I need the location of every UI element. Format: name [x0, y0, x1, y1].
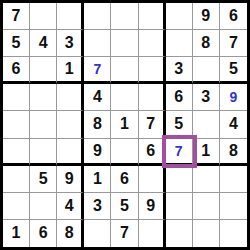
- given-digit: 7: [229, 35, 238, 51]
- cell-r7c1[interactable]: [3, 166, 30, 193]
- given-digit: 7: [120, 225, 129, 241]
- cell-r9c9[interactable]: [220, 220, 247, 247]
- cell-r1c4[interactable]: [84, 3, 111, 30]
- cell-r9c1[interactable]: 1: [3, 220, 30, 247]
- cell-r8c6[interactable]: 9: [139, 193, 166, 220]
- cell-r8c4[interactable]: 3: [84, 193, 111, 220]
- cell-r2c1[interactable]: 5: [3, 30, 30, 57]
- given-digit: 1: [93, 171, 102, 187]
- cell-r5c6[interactable]: 7: [139, 111, 166, 138]
- entered-digit: 7: [175, 144, 183, 158]
- sudoku-board: 796543876173546398175496718591643591687: [0, 0, 250, 250]
- cell-r9c7[interactable]: [166, 220, 193, 247]
- cell-r4c9[interactable]: 9: [220, 84, 247, 111]
- given-digit: 4: [39, 35, 48, 51]
- cell-r1c1[interactable]: 7: [3, 3, 30, 30]
- cell-r5c8[interactable]: [193, 111, 220, 138]
- cell-r3c1[interactable]: 6: [3, 57, 30, 84]
- cell-r3c7[interactable]: 3: [166, 57, 193, 84]
- cell-r6c7[interactable]: 7: [166, 139, 193, 166]
- cell-r3c5[interactable]: [111, 57, 138, 84]
- given-digit: 5: [120, 198, 129, 214]
- cell-r8c8[interactable]: [193, 193, 220, 220]
- cell-r7c8[interactable]: [193, 166, 220, 193]
- cell-r4c7[interactable]: 6: [166, 84, 193, 111]
- given-digit: 5: [229, 61, 238, 77]
- given-digit: 1: [65, 61, 74, 77]
- cell-r6c8[interactable]: 1: [193, 139, 220, 166]
- cell-r1c7[interactable]: [166, 3, 193, 30]
- given-digit: 6: [120, 171, 129, 187]
- cell-r6c3[interactable]: [57, 139, 84, 166]
- given-digit: 3: [65, 35, 74, 51]
- cell-r7c4[interactable]: 1: [84, 166, 111, 193]
- given-digit: 6: [229, 8, 238, 24]
- cell-r6c6[interactable]: 6: [139, 139, 166, 166]
- cell-r3c2[interactable]: [30, 57, 57, 84]
- given-digit: 8: [65, 225, 74, 241]
- cell-r6c2[interactable]: [30, 139, 57, 166]
- given-digit: 8: [229, 143, 238, 159]
- given-digit: 8: [93, 116, 102, 132]
- cell-r2c4[interactable]: [84, 30, 111, 57]
- cell-r5c9[interactable]: 4: [220, 111, 247, 138]
- given-digit: 1: [120, 116, 129, 132]
- cell-r5c2[interactable]: [30, 111, 57, 138]
- given-digit: 7: [146, 116, 155, 132]
- cell-r4c6[interactable]: [139, 84, 166, 111]
- cell-r1c8[interactable]: 9: [193, 3, 220, 30]
- given-digit: 3: [174, 61, 183, 77]
- cell-r1c9[interactable]: 6: [220, 3, 247, 30]
- cell-r3c6[interactable]: [139, 57, 166, 84]
- cell-r3c3[interactable]: 1: [57, 57, 84, 84]
- given-digit: 5: [12, 35, 21, 51]
- cell-r8c1[interactable]: [3, 193, 30, 220]
- cell-r1c2[interactable]: [30, 3, 57, 30]
- given-digit: 5: [174, 116, 183, 132]
- given-digit: 1: [201, 143, 210, 159]
- cell-r2c5[interactable]: [111, 30, 138, 57]
- cell-r4c5[interactable]: [111, 84, 138, 111]
- cell-r4c8[interactable]: 3: [193, 84, 220, 111]
- given-digit: 6: [146, 143, 155, 159]
- cell-r3c4[interactable]: 7: [84, 57, 111, 84]
- cell-r4c3[interactable]: [57, 84, 84, 111]
- given-digit: 6: [174, 89, 183, 105]
- cell-r5c4[interactable]: 8: [84, 111, 111, 138]
- cell-r7c9[interactable]: [220, 166, 247, 193]
- cell-r2c9[interactable]: 7: [220, 30, 247, 57]
- cell-r4c1[interactable]: [3, 84, 30, 111]
- cell-r8c7[interactable]: [166, 193, 193, 220]
- cell-r9c4[interactable]: [84, 220, 111, 247]
- given-digit: 1: [12, 225, 21, 241]
- cell-r6c5[interactable]: [111, 139, 138, 166]
- cell-r6c9[interactable]: 8: [220, 139, 247, 166]
- cell-r9c6[interactable]: [139, 220, 166, 247]
- cell-r9c2[interactable]: 6: [30, 220, 57, 247]
- given-digit: 4: [93, 89, 102, 105]
- cell-r5c3[interactable]: [57, 111, 84, 138]
- cell-r3c9[interactable]: 5: [220, 57, 247, 84]
- cell-r8c9[interactable]: [220, 193, 247, 220]
- cell-r8c3[interactable]: 4: [57, 193, 84, 220]
- cell-r2c6[interactable]: [139, 30, 166, 57]
- cell-r1c5[interactable]: [111, 3, 138, 30]
- given-digit: 9: [93, 143, 102, 159]
- given-digit: 3: [93, 198, 102, 214]
- cell-r9c3[interactable]: 8: [57, 220, 84, 247]
- entered-digit: 7: [93, 62, 101, 76]
- cell-r7c3[interactable]: 9: [57, 166, 84, 193]
- given-digit: 9: [201, 8, 210, 24]
- given-digit: 6: [12, 61, 21, 77]
- cell-r2c8[interactable]: 8: [193, 30, 220, 57]
- cell-r1c6[interactable]: [139, 3, 166, 30]
- cell-r1c3[interactable]: [57, 3, 84, 30]
- cell-r7c2[interactable]: 5: [30, 166, 57, 193]
- given-digit: 3: [201, 89, 210, 105]
- given-digit: 7: [12, 8, 21, 24]
- given-digit: 4: [65, 198, 74, 214]
- given-digit: 4: [229, 116, 238, 132]
- cell-r6c4[interactable]: 9: [84, 139, 111, 166]
- cell-r4c4[interactable]: 4: [84, 84, 111, 111]
- entered-digit: 9: [230, 90, 238, 104]
- cell-r3c8[interactable]: [193, 57, 220, 84]
- cell-r2c7[interactable]: [166, 30, 193, 57]
- given-digit: 9: [146, 198, 155, 214]
- cell-r7c5[interactable]: 6: [111, 166, 138, 193]
- given-digit: 9: [65, 171, 74, 187]
- cell-r6c1[interactable]: [3, 139, 30, 166]
- cell-r5c1[interactable]: [3, 111, 30, 138]
- cell-r5c7[interactable]: 5: [166, 111, 193, 138]
- cell-r2c2[interactable]: 4: [30, 30, 57, 57]
- given-digit: 8: [201, 35, 210, 51]
- cell-r5c5[interactable]: 1: [111, 111, 138, 138]
- given-digit: 5: [39, 171, 48, 187]
- cell-r4c2[interactable]: [30, 84, 57, 111]
- cell-r8c2[interactable]: [30, 193, 57, 220]
- given-digit: 6: [39, 225, 48, 241]
- cell-r9c5[interactable]: 7: [111, 220, 138, 247]
- cell-r2c3[interactable]: 3: [57, 30, 84, 57]
- cell-r7c7[interactable]: [166, 166, 193, 193]
- cell-r9c8[interactable]: [193, 220, 220, 247]
- cell-r8c5[interactable]: 5: [111, 193, 138, 220]
- cell-r7c6[interactable]: [139, 166, 166, 193]
